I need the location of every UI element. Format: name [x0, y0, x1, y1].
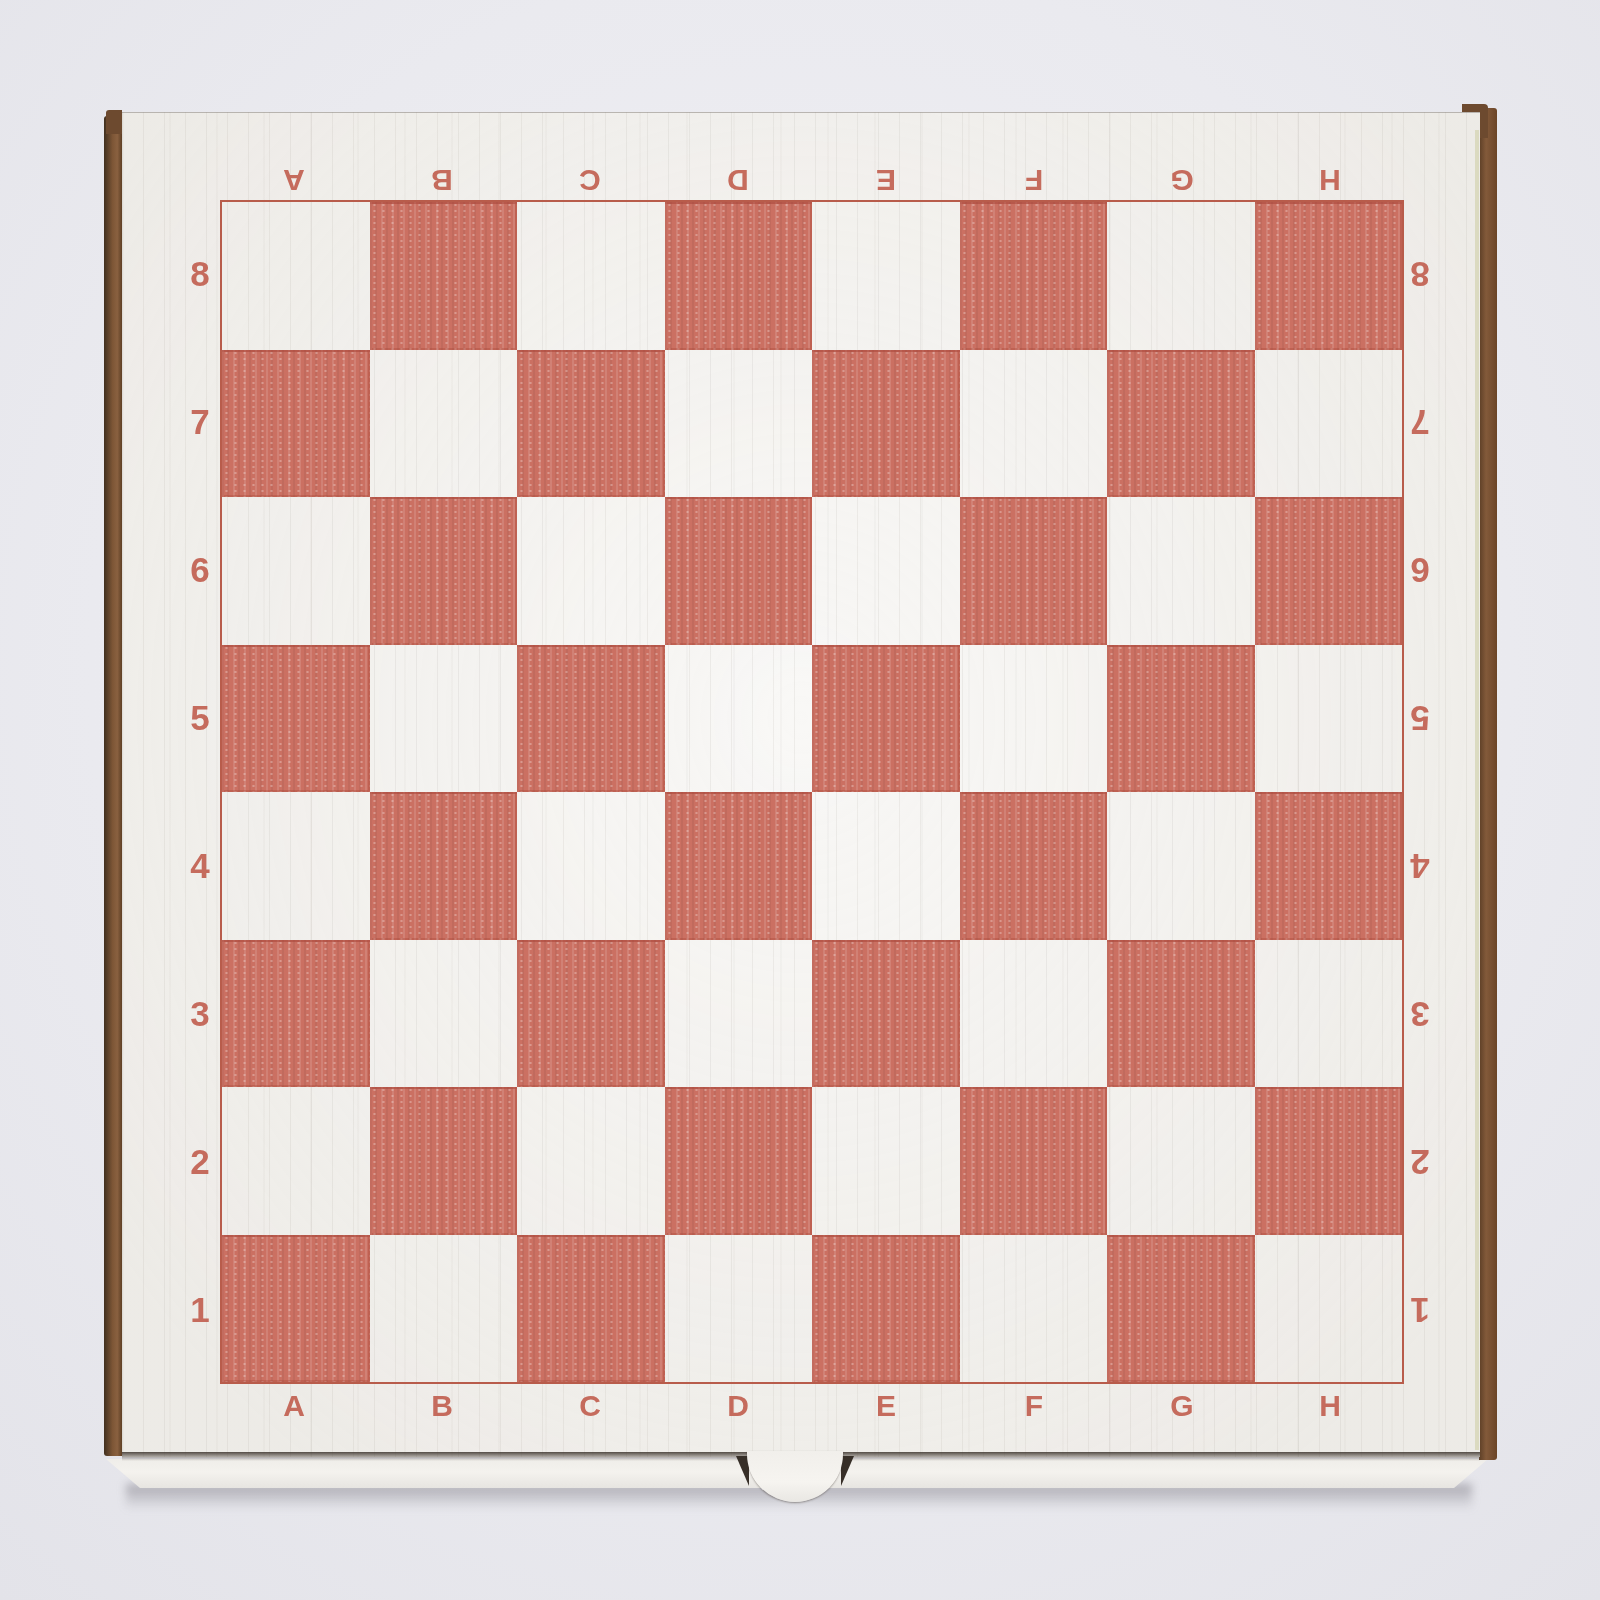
file-label-a-flipped: A: [220, 160, 368, 200]
scene: ABCDEFGH ABCDEFGH 87654321 87654321: [0, 0, 1600, 1600]
square-a4: [222, 792, 370, 940]
square-c2: [517, 1087, 665, 1235]
square-h1: [1255, 1235, 1403, 1383]
rank-label-5-flipped: 5: [1400, 644, 1440, 792]
square-b7: [370, 350, 518, 498]
rank-label-7-flipped: 7: [1400, 348, 1440, 496]
file-label-c: C: [516, 1386, 664, 1426]
rank-labels-left: 87654321: [180, 200, 220, 1384]
square-e7: [812, 350, 960, 498]
square-d3: [665, 940, 813, 1088]
rank-label-5: 5: [180, 644, 220, 792]
rank-label-6-flipped: 6: [1400, 496, 1440, 644]
square-g8: [1107, 202, 1255, 350]
square-c4: [517, 792, 665, 940]
file-label-e-flipped: E: [812, 160, 960, 200]
file-label-d: D: [664, 1386, 812, 1426]
rank-label-7: 7: [180, 348, 220, 496]
square-a7: [222, 350, 370, 498]
square-g1: [1107, 1235, 1255, 1383]
file-label-g-flipped: G: [1108, 160, 1256, 200]
rank-label-2: 2: [180, 1088, 220, 1236]
file-label-f: F: [960, 1386, 1108, 1426]
rank-label-8: 8: [180, 200, 220, 348]
square-e3: [812, 940, 960, 1088]
file-label-b-flipped: B: [368, 160, 516, 200]
square-b2: [370, 1087, 518, 1235]
file-label-h-flipped: H: [1256, 160, 1404, 200]
square-c1: [517, 1235, 665, 1383]
square-g6: [1107, 497, 1255, 645]
square-e2: [812, 1087, 960, 1235]
rank-label-8-flipped: 8: [1400, 200, 1440, 348]
square-c6: [517, 497, 665, 645]
rank-label-4-flipped: 4: [1400, 792, 1440, 940]
square-e5: [812, 645, 960, 793]
square-h4: [1255, 792, 1403, 940]
file-label-h: H: [1256, 1386, 1404, 1426]
square-c5: [517, 645, 665, 793]
square-h6: [1255, 497, 1403, 645]
square-g2: [1107, 1087, 1255, 1235]
rank-label-1: 1: [180, 1236, 220, 1384]
square-d8: [665, 202, 813, 350]
square-f7: [960, 350, 1108, 498]
file-labels-top: ABCDEFGH: [220, 160, 1404, 200]
square-d1: [665, 1235, 813, 1383]
rank-label-6: 6: [180, 496, 220, 644]
square-f3: [960, 940, 1108, 1088]
square-e4: [812, 792, 960, 940]
file-label-c-flipped: C: [516, 160, 664, 200]
square-f6: [960, 497, 1108, 645]
square-h8: [1255, 202, 1403, 350]
square-b3: [370, 940, 518, 1088]
square-a1: [222, 1235, 370, 1383]
square-d5: [665, 645, 813, 793]
rank-label-4: 4: [180, 792, 220, 940]
square-c3: [517, 940, 665, 1088]
square-e6: [812, 497, 960, 645]
square-f5: [960, 645, 1108, 793]
square-a8: [222, 202, 370, 350]
square-b1: [370, 1235, 518, 1383]
square-g7: [1107, 350, 1255, 498]
square-g3: [1107, 940, 1255, 1088]
chess-board: [220, 200, 1404, 1384]
square-g4: [1107, 792, 1255, 940]
rank-labels-right: 87654321: [1400, 200, 1440, 1384]
square-e8: [812, 202, 960, 350]
square-a5: [222, 645, 370, 793]
cardboard-corner-top-left: [106, 110, 122, 134]
cardboard-edge-left: [104, 116, 123, 1456]
rank-label-1-flipped: 1: [1400, 1236, 1440, 1384]
square-a6: [222, 497, 370, 645]
square-c8: [517, 202, 665, 350]
square-d4: [665, 792, 813, 940]
square-b8: [370, 202, 518, 350]
file-labels-bottom: ABCDEFGH: [220, 1386, 1404, 1426]
file-label-a: A: [220, 1386, 368, 1426]
file-label-f-flipped: F: [960, 160, 1108, 200]
cardboard-edge-right: [1479, 108, 1497, 1460]
square-f1: [960, 1235, 1108, 1383]
square-g5: [1107, 645, 1255, 793]
cardboard-cut-edge-right: [1475, 130, 1479, 1450]
square-c7: [517, 350, 665, 498]
square-b6: [370, 497, 518, 645]
file-label-g: G: [1108, 1386, 1256, 1426]
rank-label-3-flipped: 3: [1400, 940, 1440, 1088]
square-a2: [222, 1087, 370, 1235]
rank-label-3: 3: [180, 940, 220, 1088]
square-f2: [960, 1087, 1108, 1235]
square-d2: [665, 1087, 813, 1235]
square-h2: [1255, 1087, 1403, 1235]
file-label-d-flipped: D: [664, 160, 812, 200]
square-f8: [960, 202, 1108, 350]
file-label-b: B: [368, 1386, 516, 1426]
file-label-e: E: [812, 1386, 960, 1426]
square-h7: [1255, 350, 1403, 498]
rank-label-2-flipped: 2: [1400, 1088, 1440, 1236]
square-d6: [665, 497, 813, 645]
square-h5: [1255, 645, 1403, 793]
square-d7: [665, 350, 813, 498]
square-b4: [370, 792, 518, 940]
square-b5: [370, 645, 518, 793]
square-f4: [960, 792, 1108, 940]
square-e1: [812, 1235, 960, 1383]
square-a3: [222, 940, 370, 1088]
square-h3: [1255, 940, 1403, 1088]
